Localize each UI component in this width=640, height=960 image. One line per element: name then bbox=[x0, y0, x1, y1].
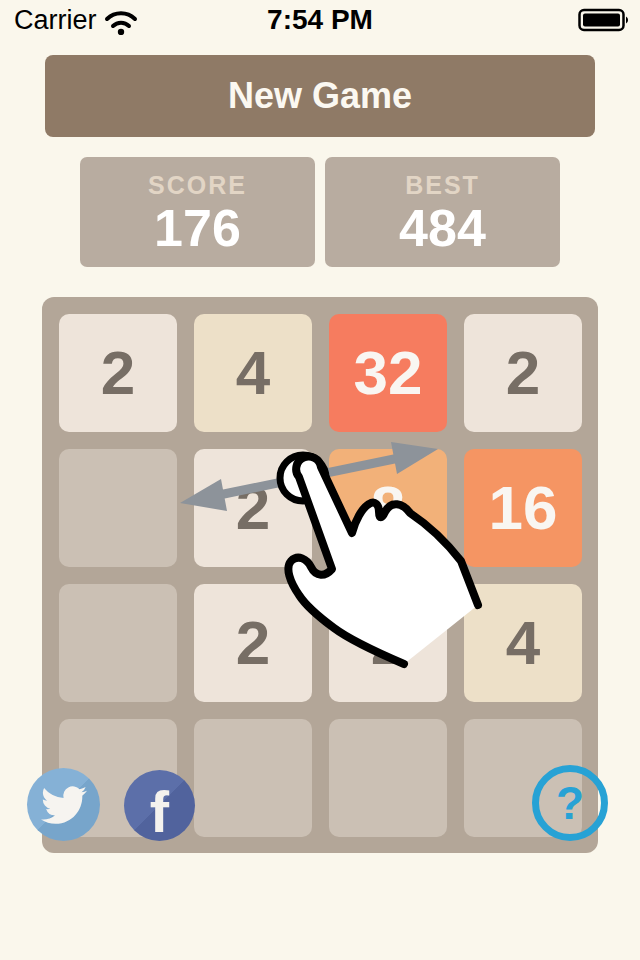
tile-2: 2 bbox=[464, 314, 582, 432]
tile-2: 2 bbox=[329, 584, 447, 702]
tile-4: 4 bbox=[464, 584, 582, 702]
wifi-icon bbox=[102, 7, 140, 35]
new-game-button[interactable]: New Game bbox=[45, 55, 595, 137]
status-time: 7:54 PM bbox=[267, 0, 373, 40]
score-label: SCORE bbox=[80, 171, 315, 200]
twitter-share-button[interactable] bbox=[27, 768, 100, 841]
best-label: BEST bbox=[325, 171, 560, 200]
score-box: SCORE 176 bbox=[80, 157, 315, 267]
help-button[interactable]: ? bbox=[532, 765, 608, 841]
best-box: BEST 484 bbox=[325, 157, 560, 267]
battery-full-icon bbox=[578, 8, 630, 32]
score-panel: SCORE 176 BEST 484 bbox=[80, 157, 560, 267]
best-value: 484 bbox=[325, 202, 560, 254]
tile-16: 16 bbox=[464, 449, 582, 567]
empty-cell bbox=[59, 449, 177, 567]
question-mark-icon: ? bbox=[556, 776, 584, 830]
tile-8: 8 bbox=[329, 449, 447, 567]
tile-4: 4 bbox=[194, 314, 312, 432]
game-board[interactable]: 243222816224 bbox=[42, 297, 598, 853]
facebook-f-icon: f bbox=[150, 778, 169, 845]
tile-2: 2 bbox=[59, 314, 177, 432]
twitter-bird-icon bbox=[41, 782, 87, 828]
tile-2: 2 bbox=[194, 449, 312, 567]
facebook-share-button[interactable]: f bbox=[124, 770, 195, 841]
empty-cell bbox=[194, 719, 312, 837]
tile-32: 32 bbox=[329, 314, 447, 432]
score-value: 176 bbox=[80, 202, 315, 254]
empty-cell bbox=[59, 584, 177, 702]
empty-cell bbox=[329, 719, 447, 837]
new-game-label: New Game bbox=[228, 75, 412, 117]
status-bar: Carrier 7:54 PM bbox=[0, 0, 640, 40]
tile-2: 2 bbox=[194, 584, 312, 702]
carrier-label: Carrier bbox=[14, 0, 97, 40]
